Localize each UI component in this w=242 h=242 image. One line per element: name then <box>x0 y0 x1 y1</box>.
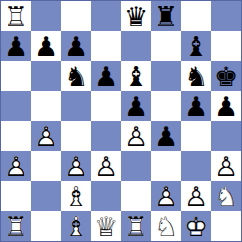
black-piece-glyph: ♟ <box>124 93 148 120</box>
black-piece-glyph: ♟ <box>94 63 118 90</box>
square-f7[interactable] <box>151 31 181 61</box>
square-a7[interactable]: ♟ <box>1 31 31 61</box>
piece-black-pawn: ♟ <box>64 33 88 60</box>
square-c2[interactable]: ♝♗ <box>61 181 91 211</box>
square-e8[interactable]: ♛ <box>121 1 151 31</box>
square-e7[interactable] <box>121 31 151 61</box>
piece-black-pawn: ♟ <box>214 93 238 120</box>
square-c7[interactable]: ♟ <box>61 31 91 61</box>
piece-black-bishop: ♝ <box>184 33 208 60</box>
square-f3[interactable] <box>151 151 181 181</box>
piece-black-rook: ♜ <box>154 3 178 30</box>
square-f6[interactable] <box>151 61 181 91</box>
square-f8[interactable]: ♜ <box>151 1 181 31</box>
square-b5[interactable] <box>31 91 61 121</box>
white-piece-outline: ♙ <box>34 123 58 150</box>
square-e6[interactable]: ♝ <box>121 61 151 91</box>
square-h5[interactable]: ♟ <box>211 91 241 121</box>
square-c5[interactable] <box>61 91 91 121</box>
square-b1[interactable] <box>31 211 61 241</box>
square-g5[interactable]: ♟ <box>181 91 211 121</box>
white-piece-outline: ♘ <box>214 183 238 210</box>
piece-white-bishop: ♝♗ <box>64 213 88 240</box>
square-d7[interactable] <box>91 31 121 61</box>
black-piece-glyph: ♝ <box>124 63 148 90</box>
square-g4[interactable] <box>181 121 211 151</box>
square-b3[interactable] <box>31 151 61 181</box>
black-piece-glyph: ♟ <box>4 33 28 60</box>
black-piece-glyph: ♟ <box>184 93 208 120</box>
square-d8[interactable] <box>91 1 121 31</box>
piece-white-rook: ♜♖ <box>124 213 148 240</box>
square-b4[interactable]: ♟♙ <box>31 121 61 151</box>
black-piece-glyph: ♟ <box>214 93 238 120</box>
piece-black-pawn: ♟ <box>184 93 208 120</box>
piece-white-bishop: ♝♗ <box>64 183 88 210</box>
black-piece-glyph: ♞ <box>64 63 88 90</box>
square-e4[interactable]: ♟♙ <box>121 121 151 151</box>
square-g3[interactable] <box>181 151 211 181</box>
piece-black-pawn: ♟ <box>124 93 148 120</box>
piece-white-pawn: ♟♙ <box>184 183 208 210</box>
square-f2[interactable]: ♟♙ <box>151 181 181 211</box>
piece-white-pawn: ♟♙ <box>214 153 238 180</box>
black-piece-glyph: ♟ <box>64 33 88 60</box>
black-piece-glyph: ♜ <box>154 3 178 30</box>
piece-white-knight: ♞♘ <box>214 183 238 210</box>
square-e5[interactable]: ♟ <box>121 91 151 121</box>
square-d4[interactable] <box>91 121 121 151</box>
black-piece-glyph: ♟ <box>154 123 178 150</box>
square-g1[interactable]: ♚♔ <box>181 211 211 241</box>
piece-white-knight: ♞♘ <box>154 213 178 240</box>
square-h3[interactable]: ♟♙ <box>211 151 241 181</box>
white-piece-outline: ♖ <box>124 213 148 240</box>
square-h7[interactable] <box>211 31 241 61</box>
square-d3[interactable]: ♟♙ <box>91 151 121 181</box>
square-d5[interactable] <box>91 91 121 121</box>
white-piece-outline: ♙ <box>4 153 28 180</box>
square-c1[interactable]: ♝♗ <box>61 211 91 241</box>
chess-board: ♜♖♛♜♟♟♟♝♞♟♝♞♚♟♟♟♟♙♟♙♟♟♙♟♙♟♙♟♙♝♗♟♙♟♙♞♘♜♖♝… <box>0 0 242 242</box>
piece-black-king: ♚ <box>214 63 238 90</box>
piece-black-pawn: ♟ <box>4 33 28 60</box>
white-piece-outline: ♔ <box>184 213 208 240</box>
square-f4[interactable]: ♟ <box>151 121 181 151</box>
piece-black-queen: ♛ <box>124 3 148 30</box>
square-b7[interactable]: ♟ <box>31 31 61 61</box>
piece-white-rook: ♜♖ <box>4 213 28 240</box>
square-h2[interactable]: ♞♘ <box>211 181 241 211</box>
piece-black-knight: ♞ <box>184 63 208 90</box>
white-piece-outline: ♕ <box>94 213 118 240</box>
square-a2[interactable] <box>1 181 31 211</box>
square-e1[interactable]: ♜♖ <box>121 211 151 241</box>
piece-black-knight: ♞ <box>64 63 88 90</box>
piece-white-pawn: ♟♙ <box>34 123 58 150</box>
square-f5[interactable] <box>151 91 181 121</box>
square-g6[interactable]: ♞ <box>181 61 211 91</box>
square-c4[interactable] <box>61 121 91 151</box>
white-piece-outline: ♖ <box>4 213 28 240</box>
piece-black-pawn: ♟ <box>34 33 58 60</box>
white-piece-outline: ♙ <box>94 153 118 180</box>
white-piece-outline: ♙ <box>184 183 208 210</box>
black-piece-glyph: ♟ <box>34 33 58 60</box>
square-e3[interactable] <box>121 151 151 181</box>
square-h8[interactable] <box>211 1 241 31</box>
square-f1[interactable]: ♞♘ <box>151 211 181 241</box>
square-h6[interactable]: ♚ <box>211 61 241 91</box>
white-piece-outline: ♙ <box>214 153 238 180</box>
white-piece-outline: ♙ <box>124 123 148 150</box>
white-piece-outline: ♗ <box>64 213 88 240</box>
square-a1[interactable]: ♜♖ <box>1 211 31 241</box>
square-h4[interactable] <box>211 121 241 151</box>
square-a8[interactable]: ♜♖ <box>1 1 31 31</box>
piece-black-pawn: ♟ <box>154 123 178 150</box>
black-piece-glyph: ♛ <box>124 3 148 30</box>
piece-white-king: ♚♔ <box>184 213 208 240</box>
square-a6[interactable] <box>1 61 31 91</box>
square-c6[interactable]: ♞ <box>61 61 91 91</box>
square-b2[interactable] <box>31 181 61 211</box>
square-c8[interactable] <box>61 1 91 31</box>
white-piece-outline: ♗ <box>64 183 88 210</box>
piece-white-pawn: ♟♙ <box>124 123 148 150</box>
square-a5[interactable] <box>1 91 31 121</box>
square-g7[interactable]: ♝ <box>181 31 211 61</box>
square-g8[interactable] <box>181 1 211 31</box>
square-g2[interactable]: ♟♙ <box>181 181 211 211</box>
white-piece-outline: ♖ <box>4 3 28 30</box>
piece-white-pawn: ♟♙ <box>154 183 178 210</box>
white-piece-outline: ♙ <box>64 153 88 180</box>
square-d1[interactable]: ♛♕ <box>91 211 121 241</box>
square-h1[interactable] <box>211 211 241 241</box>
white-piece-outline: ♙ <box>154 183 178 210</box>
square-d6[interactable]: ♟ <box>91 61 121 91</box>
black-piece-glyph: ♞ <box>184 63 208 90</box>
square-a4[interactable] <box>1 121 31 151</box>
square-d2[interactable] <box>91 181 121 211</box>
piece-white-pawn: ♟♙ <box>94 153 118 180</box>
white-piece-outline: ♘ <box>154 213 178 240</box>
square-a3[interactable]: ♟♙ <box>1 151 31 181</box>
piece-white-rook: ♜♖ <box>4 3 28 30</box>
square-b8[interactable] <box>31 1 61 31</box>
piece-white-pawn: ♟♙ <box>4 153 28 180</box>
piece-white-pawn: ♟♙ <box>64 153 88 180</box>
square-e2[interactable] <box>121 181 151 211</box>
piece-white-queen: ♛♕ <box>94 213 118 240</box>
square-c3[interactable]: ♟♙ <box>61 151 91 181</box>
black-piece-glyph: ♝ <box>184 33 208 60</box>
piece-black-pawn: ♟ <box>94 63 118 90</box>
piece-black-bishop: ♝ <box>124 63 148 90</box>
black-piece-glyph: ♚ <box>214 63 238 90</box>
square-b6[interactable] <box>31 61 61 91</box>
